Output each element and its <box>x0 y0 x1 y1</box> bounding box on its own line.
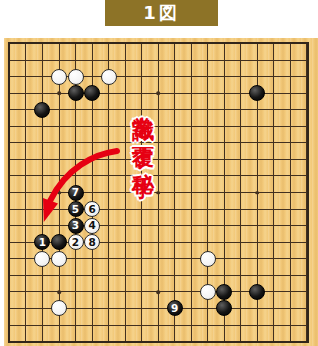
intersection <box>232 151 249 168</box>
intersection <box>183 35 200 52</box>
intersection <box>216 35 233 52</box>
intersection <box>84 118 101 135</box>
intersection <box>166 85 183 102</box>
intersection <box>232 300 249 317</box>
intersection <box>166 284 183 301</box>
intersection: 7 <box>67 184 84 201</box>
intersection <box>232 184 249 201</box>
intersection <box>282 35 299 52</box>
intersection <box>100 118 117 135</box>
intersection <box>166 201 183 218</box>
intersection <box>183 317 200 334</box>
intersection <box>265 35 282 52</box>
intersection <box>249 35 266 52</box>
intersection <box>67 85 84 102</box>
intersection <box>199 168 216 185</box>
intersection <box>34 135 51 152</box>
intersection <box>249 101 266 118</box>
intersection <box>18 101 35 118</box>
intersection <box>249 151 266 168</box>
intersection: 9 <box>166 300 183 317</box>
intersection <box>117 317 134 334</box>
intersection <box>18 135 35 152</box>
intersection <box>216 317 233 334</box>
intersection <box>67 35 84 52</box>
intersection <box>1 333 18 346</box>
intersection <box>150 267 167 284</box>
intersection <box>232 85 249 102</box>
intersection <box>183 234 200 251</box>
white-stone <box>51 251 67 267</box>
intersection <box>282 118 299 135</box>
intersection <box>265 168 282 185</box>
intersection <box>183 217 200 234</box>
intersection <box>265 251 282 268</box>
intersection <box>133 234 150 251</box>
intersection <box>282 333 299 346</box>
intersection <box>216 300 233 317</box>
intersection <box>282 284 299 301</box>
intersection <box>298 35 315 52</box>
intersection <box>166 118 183 135</box>
intersection <box>166 151 183 168</box>
intersection <box>18 251 35 268</box>
intersection <box>67 151 84 168</box>
intersection <box>1 284 18 301</box>
white-stone <box>200 284 216 300</box>
intersection <box>18 168 35 185</box>
intersection <box>34 101 51 118</box>
intersection <box>265 118 282 135</box>
intersection <box>232 68 249 85</box>
intersection <box>84 284 101 301</box>
intersection <box>100 333 117 346</box>
intersection <box>282 168 299 185</box>
intersection <box>67 101 84 118</box>
intersection <box>232 135 249 152</box>
black-stone <box>68 85 84 101</box>
intersection <box>51 300 68 317</box>
intersection <box>232 317 249 334</box>
intersection <box>84 267 101 284</box>
white-stone-move-8: 8 <box>84 234 100 250</box>
intersection <box>298 284 315 301</box>
intersection <box>1 101 18 118</box>
intersection <box>34 35 51 52</box>
intersection <box>84 68 101 85</box>
intersection <box>183 300 200 317</box>
intersection <box>166 184 183 201</box>
intersection <box>67 118 84 135</box>
intersection <box>150 201 167 218</box>
intersection <box>100 300 117 317</box>
intersection <box>117 68 134 85</box>
intersection <box>199 52 216 69</box>
intersection <box>133 168 150 185</box>
intersection <box>232 52 249 69</box>
intersection <box>216 251 233 268</box>
intersection <box>298 135 315 152</box>
intersection <box>166 168 183 185</box>
intersection <box>282 251 299 268</box>
intersection <box>18 317 35 334</box>
intersection <box>67 135 84 152</box>
intersection <box>298 333 315 346</box>
intersection <box>51 151 68 168</box>
page: 1図 756341289 常識を覆す秘手 <box>0 0 318 346</box>
intersection <box>117 251 134 268</box>
intersection <box>249 217 266 234</box>
intersection <box>199 151 216 168</box>
intersection <box>34 184 51 201</box>
intersection <box>34 118 51 135</box>
intersection <box>18 151 35 168</box>
intersection <box>133 284 150 301</box>
intersection <box>18 118 35 135</box>
intersection <box>216 201 233 218</box>
intersection <box>265 151 282 168</box>
intersection <box>67 333 84 346</box>
intersection <box>117 234 134 251</box>
intersection <box>166 251 183 268</box>
white-stone <box>101 69 117 85</box>
intersection <box>282 151 299 168</box>
black-stone <box>34 102 50 118</box>
go-board: 756341289 <box>4 38 318 346</box>
star-point <box>156 191 160 195</box>
white-stone <box>68 69 84 85</box>
black-stone-move-9: 9 <box>167 300 183 316</box>
intersection <box>100 168 117 185</box>
intersection <box>232 234 249 251</box>
intersection <box>298 118 315 135</box>
intersection <box>100 184 117 201</box>
intersection <box>183 151 200 168</box>
intersection <box>282 217 299 234</box>
intersection <box>249 85 266 102</box>
intersection <box>18 267 35 284</box>
intersection <box>51 317 68 334</box>
intersection <box>100 267 117 284</box>
intersection <box>249 201 266 218</box>
intersection <box>34 68 51 85</box>
intersection <box>265 68 282 85</box>
intersection <box>100 151 117 168</box>
intersection <box>249 267 266 284</box>
intersection <box>216 118 233 135</box>
intersection: 2 <box>67 234 84 251</box>
intersection <box>216 85 233 102</box>
intersection <box>265 85 282 102</box>
intersection <box>34 201 51 218</box>
intersection <box>282 234 299 251</box>
intersection <box>100 317 117 334</box>
intersection <box>199 217 216 234</box>
intersection <box>150 168 167 185</box>
intersection <box>67 68 84 85</box>
intersection <box>265 317 282 334</box>
intersection <box>150 300 167 317</box>
intersection <box>265 284 282 301</box>
intersection <box>282 52 299 69</box>
intersection <box>18 52 35 69</box>
intersection <box>67 251 84 268</box>
intersection <box>51 68 68 85</box>
black-stone <box>51 234 67 250</box>
intersection <box>183 118 200 135</box>
intersection <box>282 68 299 85</box>
intersection <box>117 35 134 52</box>
intersection <box>18 35 35 52</box>
intersection <box>150 251 167 268</box>
intersection <box>34 251 51 268</box>
intersection <box>133 333 150 346</box>
intersection <box>18 333 35 346</box>
intersection <box>34 300 51 317</box>
intersection <box>216 151 233 168</box>
intersection <box>100 85 117 102</box>
black-stone <box>249 85 265 101</box>
intersection <box>1 135 18 152</box>
intersection <box>100 35 117 52</box>
intersection <box>232 168 249 185</box>
intersection <box>265 217 282 234</box>
intersection <box>51 184 68 201</box>
intersection <box>298 151 315 168</box>
intersection <box>232 201 249 218</box>
intersection <box>216 101 233 118</box>
black-stone-move-3: 3 <box>68 218 84 234</box>
intersection <box>298 68 315 85</box>
intersection <box>166 101 183 118</box>
intersection <box>133 52 150 69</box>
intersection <box>166 217 183 234</box>
intersection <box>199 267 216 284</box>
intersection <box>216 217 233 234</box>
intersection <box>249 284 266 301</box>
intersection <box>183 333 200 346</box>
intersection <box>67 52 84 69</box>
intersection <box>1 168 18 185</box>
intersection <box>298 317 315 334</box>
intersection <box>265 101 282 118</box>
intersection <box>84 101 101 118</box>
intersection <box>18 300 35 317</box>
intersection <box>100 68 117 85</box>
intersection <box>199 85 216 102</box>
intersection <box>18 284 35 301</box>
intersection <box>166 68 183 85</box>
intersection <box>166 52 183 69</box>
intersection <box>67 267 84 284</box>
intersection <box>84 333 101 346</box>
intersection <box>100 101 117 118</box>
intersection <box>282 184 299 201</box>
intersection <box>84 35 101 52</box>
intersection <box>183 284 200 301</box>
intersection <box>166 333 183 346</box>
intersection <box>150 234 167 251</box>
intersection <box>199 184 216 201</box>
intersection <box>100 234 117 251</box>
intersection <box>84 184 101 201</box>
intersection <box>84 317 101 334</box>
intersection <box>1 251 18 268</box>
intersection <box>199 35 216 52</box>
intersection <box>166 267 183 284</box>
intersection <box>133 201 150 218</box>
intersection <box>133 300 150 317</box>
intersection <box>249 184 266 201</box>
intersection <box>117 333 134 346</box>
intersection: 5 <box>67 201 84 218</box>
intersection <box>117 300 134 317</box>
intersection <box>150 184 167 201</box>
intersection <box>249 317 266 334</box>
intersection <box>199 201 216 218</box>
intersection <box>51 101 68 118</box>
white-stone-move-2: 2 <box>68 234 84 250</box>
intersection <box>100 135 117 152</box>
intersection <box>18 201 35 218</box>
intersection <box>117 201 134 218</box>
intersection <box>133 217 150 234</box>
intersection <box>117 168 134 185</box>
intersection <box>282 201 299 218</box>
white-stone <box>51 69 67 85</box>
annotation-text: 常識を覆す秘手 <box>128 99 158 160</box>
intersection <box>216 168 233 185</box>
intersection <box>133 251 150 268</box>
intersection <box>298 101 315 118</box>
star-point <box>156 91 160 95</box>
intersection <box>183 184 200 201</box>
intersection <box>298 168 315 185</box>
intersection <box>282 267 299 284</box>
intersection <box>232 101 249 118</box>
intersection <box>166 234 183 251</box>
intersection <box>51 251 68 268</box>
intersection <box>216 68 233 85</box>
intersection <box>84 52 101 69</box>
intersection <box>117 217 134 234</box>
intersection <box>1 184 18 201</box>
intersection <box>84 300 101 317</box>
intersection <box>199 317 216 334</box>
intersection <box>298 234 315 251</box>
intersection <box>282 317 299 334</box>
intersection <box>232 333 249 346</box>
intersection <box>51 234 68 251</box>
intersection <box>199 300 216 317</box>
intersection <box>298 184 315 201</box>
intersection <box>1 35 18 52</box>
intersection <box>183 168 200 185</box>
intersection <box>67 317 84 334</box>
intersection <box>84 168 101 185</box>
intersection: 1 <box>34 234 51 251</box>
intersection <box>51 217 68 234</box>
intersection <box>100 217 117 234</box>
black-stone <box>249 284 265 300</box>
black-stone <box>216 284 232 300</box>
intersection: 8 <box>84 234 101 251</box>
intersection <box>199 251 216 268</box>
intersection <box>199 284 216 301</box>
intersection <box>117 184 134 201</box>
intersection <box>18 68 35 85</box>
intersection <box>216 284 233 301</box>
intersection <box>232 35 249 52</box>
intersection <box>84 151 101 168</box>
intersection <box>100 251 117 268</box>
intersection <box>34 151 51 168</box>
intersection <box>1 151 18 168</box>
intersection <box>249 333 266 346</box>
intersection <box>265 201 282 218</box>
intersection <box>67 300 84 317</box>
white-stone <box>34 251 50 267</box>
intersection <box>249 135 266 152</box>
black-stone-move-5: 5 <box>68 201 84 217</box>
intersection <box>265 234 282 251</box>
intersection <box>34 284 51 301</box>
intersection <box>298 52 315 69</box>
figure-title: 1図 <box>105 0 218 26</box>
intersection <box>84 251 101 268</box>
intersection <box>265 135 282 152</box>
intersection <box>216 52 233 69</box>
intersection <box>183 85 200 102</box>
intersection <box>249 300 266 317</box>
intersection <box>232 118 249 135</box>
intersection <box>249 52 266 69</box>
intersection <box>100 284 117 301</box>
intersection <box>1 300 18 317</box>
intersection <box>265 267 282 284</box>
go-board-grid: 756341289 <box>1 35 315 346</box>
intersection <box>265 333 282 346</box>
white-stone-move-6: 6 <box>84 201 100 217</box>
intersection <box>67 284 84 301</box>
intersection <box>1 52 18 69</box>
intersection <box>117 284 134 301</box>
intersection <box>199 333 216 346</box>
intersection <box>150 333 167 346</box>
intersection <box>18 184 35 201</box>
intersection <box>249 118 266 135</box>
intersection <box>150 35 167 52</box>
intersection <box>282 101 299 118</box>
intersection <box>183 135 200 152</box>
intersection <box>166 135 183 152</box>
intersection <box>51 118 68 135</box>
intersection <box>51 201 68 218</box>
intersection <box>84 85 101 102</box>
intersection <box>199 118 216 135</box>
intersection <box>51 52 68 69</box>
black-stone <box>84 85 100 101</box>
intersection <box>249 68 266 85</box>
intersection <box>199 68 216 85</box>
intersection <box>183 267 200 284</box>
intersection <box>282 85 299 102</box>
intersection <box>166 35 183 52</box>
intersection <box>282 135 299 152</box>
intersection <box>1 201 18 218</box>
intersection <box>51 284 68 301</box>
intersection <box>133 184 150 201</box>
